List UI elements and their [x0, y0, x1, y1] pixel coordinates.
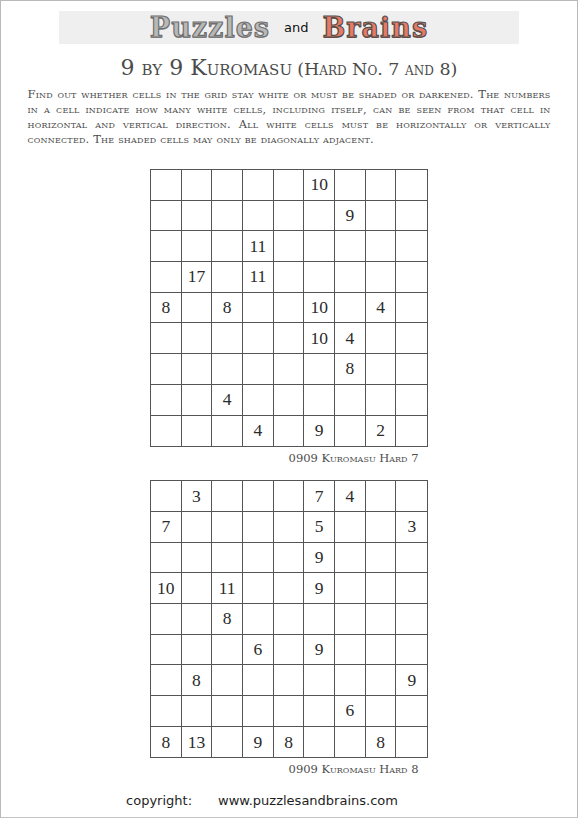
p1-cell-r6c3[interactable]	[212, 323, 243, 354]
p2-cell-r8c3[interactable]	[212, 696, 243, 727]
p1-cell-r5c3[interactable]: 8	[212, 293, 243, 324]
p1-cell-r1c2[interactable]	[182, 170, 213, 201]
p1-cell-r8c3[interactable]: 4	[212, 385, 243, 416]
p1-cell-r3c6[interactable]	[304, 231, 335, 262]
p2-cell-r3c7[interactable]	[335, 543, 366, 574]
page-title-main: 9 by 9 Kuromasu	[121, 55, 292, 80]
p2-cell-r1c2[interactable]: 3	[182, 481, 213, 512]
p1-cell-r4c8[interactable]	[366, 262, 397, 293]
p1-cell-r7c3[interactable]	[212, 354, 243, 385]
worksheet-page: Puzzles and Brains 9 by 9 Kuromasu (Hard…	[0, 0, 578, 818]
instructions-text: Find out whether cells in the grid stay …	[28, 87, 551, 147]
p1-cell-r2c1[interactable]	[151, 201, 182, 232]
p2-cell-r4c3[interactable]: 11	[212, 573, 243, 604]
p1-cell-r7c9[interactable]	[396, 354, 427, 385]
p1-cell-r9c3[interactable]	[212, 416, 243, 447]
puzzle-hard-7: 1091117118810410484492 0909 Kuromasu Har…	[1, 169, 577, 465]
p2-cell-r4c5[interactable]	[274, 573, 305, 604]
p2-cell-r3c2[interactable]	[182, 543, 213, 574]
p2-cell-r8c1[interactable]	[151, 696, 182, 727]
p1-cell-r6c7[interactable]: 4	[335, 323, 366, 354]
p1-cell-r4c2[interactable]: 17	[182, 262, 213, 293]
p2-cell-r1c3[interactable]	[212, 481, 243, 512]
p2-cell-r6c8[interactable]	[366, 635, 397, 666]
p1-cell-r8c5[interactable]	[274, 385, 305, 416]
copyright-label: copyright:	[126, 793, 192, 808]
p2-cell-r4c8[interactable]	[366, 573, 397, 604]
p2-cell-r4c4[interactable]	[243, 573, 274, 604]
p2-cell-r9c7[interactable]	[335, 727, 366, 758]
p1-cell-r7c7[interactable]: 8	[335, 354, 366, 385]
p2-cell-r7c8[interactable]	[366, 665, 397, 696]
p1-cell-r7c2[interactable]	[182, 354, 213, 385]
p1-cell-r2c6[interactable]	[304, 201, 335, 232]
p1-cell-r1c3[interactable]	[212, 170, 243, 201]
p2-cell-r4c2[interactable]	[182, 573, 213, 604]
p2-cell-r3c8[interactable]	[366, 543, 397, 574]
p2-cell-r2c1[interactable]: 7	[151, 512, 182, 543]
p2-cell-r6c7[interactable]	[335, 635, 366, 666]
p1-cell-r3c1[interactable]	[151, 231, 182, 262]
p2-cell-r2c4[interactable]	[243, 512, 274, 543]
p1-cell-r9c5[interactable]	[274, 416, 305, 447]
p1-cell-r2c4[interactable]	[243, 201, 274, 232]
p2-cell-r1c9[interactable]	[396, 481, 427, 512]
p2-cell-r5c9[interactable]	[396, 604, 427, 635]
p2-cell-r4c9[interactable]	[396, 573, 427, 604]
puzzle-hard-8: 374753910119869896813988 0909 Kuromasu H…	[1, 480, 577, 776]
p2-cell-r8c7[interactable]: 6	[335, 696, 366, 727]
p1-cell-r9c2[interactable]	[182, 416, 213, 447]
p1-cell-r6c1[interactable]	[151, 323, 182, 354]
p2-cell-r3c9[interactable]	[396, 543, 427, 574]
p1-cell-r8c9[interactable]	[396, 385, 427, 416]
p1-cell-r3c5[interactable]	[274, 231, 305, 262]
p2-cell-r2c9[interactable]: 3	[396, 512, 427, 543]
p1-cell-r1c9[interactable]	[396, 170, 427, 201]
logo-brains: Brains	[323, 14, 429, 41]
p1-cell-r4c3[interactable]	[212, 262, 243, 293]
p2-cell-r1c6[interactable]: 7	[304, 481, 335, 512]
p1-cell-r5c6[interactable]: 10	[304, 293, 335, 324]
p2-cell-r5c6[interactable]	[304, 604, 335, 635]
p1-cell-r3c3[interactable]	[212, 231, 243, 262]
grid-caption-hard-8: 0909 Kuromasu Hard 8	[142, 762, 437, 776]
p2-cell-r1c5[interactable]	[274, 481, 305, 512]
p2-cell-r6c3[interactable]	[212, 635, 243, 666]
p1-cell-r1c1[interactable]	[151, 170, 182, 201]
p2-cell-r4c6[interactable]: 9	[304, 573, 335, 604]
p2-cell-r5c2[interactable]	[182, 604, 213, 635]
p2-cell-r2c8[interactable]	[366, 512, 397, 543]
p2-cell-r5c5[interactable]	[274, 604, 305, 635]
p1-cell-r9c4[interactable]: 4	[243, 416, 274, 447]
p1-cell-r9c7[interactable]	[335, 416, 366, 447]
p1-cell-r8c2[interactable]	[182, 385, 213, 416]
p1-cell-r6c6[interactable]: 10	[304, 323, 335, 354]
p1-cell-r1c7[interactable]	[335, 170, 366, 201]
p2-cell-r5c8[interactable]	[366, 604, 397, 635]
p1-cell-r3c9[interactable]	[396, 231, 427, 262]
p2-cell-r3c4[interactable]	[243, 543, 274, 574]
p1-cell-r3c4[interactable]: 11	[243, 231, 274, 262]
p2-cell-r6c1[interactable]	[151, 635, 182, 666]
p2-cell-r2c6[interactable]: 5	[304, 512, 335, 543]
grid-caption-hard-7: 0909 Kuromasu Hard 7	[142, 451, 437, 465]
p2-cell-r8c4[interactable]	[243, 696, 274, 727]
logo-puzzles: Puzzles	[150, 14, 270, 41]
p2-cell-r6c9[interactable]	[396, 635, 427, 666]
p1-cell-r7c6[interactable]	[304, 354, 335, 385]
p2-cell-r9c6[interactable]	[304, 727, 335, 758]
p1-cell-r4c4[interactable]: 11	[243, 262, 274, 293]
p1-cell-r5c1[interactable]: 8	[151, 293, 182, 324]
p1-cell-r3c2[interactable]	[182, 231, 213, 262]
p2-cell-r4c7[interactable]	[335, 573, 366, 604]
p1-cell-r6c5[interactable]	[274, 323, 305, 354]
p1-cell-r1c5[interactable]	[274, 170, 305, 201]
p2-cell-r6c5[interactable]	[274, 635, 305, 666]
p2-cell-r5c7[interactable]	[335, 604, 366, 635]
p2-cell-r7c7[interactable]	[335, 665, 366, 696]
p1-cell-r3c8[interactable]	[366, 231, 397, 262]
p2-cell-r7c1[interactable]	[151, 665, 182, 696]
p2-cell-r3c3[interactable]	[212, 543, 243, 574]
p2-cell-r1c7[interactable]: 4	[335, 481, 366, 512]
p2-cell-r7c5[interactable]	[274, 665, 305, 696]
p2-cell-r8c5[interactable]	[274, 696, 305, 727]
p2-cell-r2c5[interactable]	[274, 512, 305, 543]
p2-cell-r9c8[interactable]: 8	[366, 727, 397, 758]
p2-cell-r3c5[interactable]	[274, 543, 305, 574]
p1-cell-r5c2[interactable]	[182, 293, 213, 324]
p1-cell-r5c8[interactable]: 4	[366, 293, 397, 324]
p2-cell-r8c9[interactable]	[396, 696, 427, 727]
p2-cell-r5c1[interactable]	[151, 604, 182, 635]
p1-cell-r6c9[interactable]	[396, 323, 427, 354]
p1-cell-r1c8[interactable]	[366, 170, 397, 201]
p2-cell-r1c1[interactable]	[151, 481, 182, 512]
p1-cell-r5c9[interactable]	[396, 293, 427, 324]
p1-cell-r8c8[interactable]	[366, 385, 397, 416]
p2-cell-r1c4[interactable]	[243, 481, 274, 512]
p1-cell-r9c8[interactable]: 2	[366, 416, 397, 447]
p2-cell-r7c3[interactable]	[212, 665, 243, 696]
p1-cell-r5c7[interactable]	[335, 293, 366, 324]
p1-cell-r4c1[interactable]	[151, 262, 182, 293]
p1-cell-r4c5[interactable]	[274, 262, 305, 293]
p1-cell-r4c6[interactable]	[304, 262, 335, 293]
p2-cell-r4c1[interactable]: 10	[151, 573, 182, 604]
p1-cell-r8c4[interactable]	[243, 385, 274, 416]
p1-cell-r2c8[interactable]	[366, 201, 397, 232]
p2-cell-r7c2[interactable]: 8	[182, 665, 213, 696]
p1-cell-r7c5[interactable]	[274, 354, 305, 385]
p1-cell-r7c1[interactable]	[151, 354, 182, 385]
p2-cell-r8c8[interactable]	[366, 696, 397, 727]
p2-cell-r3c6[interactable]: 9	[304, 543, 335, 574]
p2-cell-r5c3[interactable]: 8	[212, 604, 243, 635]
p2-cell-r6c4[interactable]: 6	[243, 635, 274, 666]
logo-and: and	[284, 20, 308, 35]
p1-cell-r8c7[interactable]	[335, 385, 366, 416]
p2-cell-r3c1[interactable]	[151, 543, 182, 574]
site-url-link[interactable]: www.puzzlesandbrains.com	[218, 793, 398, 808]
p2-cell-r6c2[interactable]	[182, 635, 213, 666]
p1-cell-r8c6[interactable]	[304, 385, 335, 416]
p1-cell-r6c8[interactable]	[366, 323, 397, 354]
p2-cell-r7c4[interactable]	[243, 665, 274, 696]
p1-cell-r4c7[interactable]	[335, 262, 366, 293]
p2-cell-r2c2[interactable]	[182, 512, 213, 543]
p2-cell-r9c9[interactable]	[396, 727, 427, 758]
p1-cell-r3c7[interactable]	[335, 231, 366, 262]
p2-cell-r2c3[interactable]	[212, 512, 243, 543]
p1-cell-r2c2[interactable]	[182, 201, 213, 232]
p1-cell-r9c6[interactable]: 9	[304, 416, 335, 447]
page-title-sub: (Hard No. 7 and 8)	[297, 59, 457, 79]
p1-cell-r5c4[interactable]	[243, 293, 274, 324]
p1-cell-r2c5[interactable]	[274, 201, 305, 232]
p2-cell-r2c7[interactable]	[335, 512, 366, 543]
kuromasu-grid-hard-8: 374753910119869896813988	[150, 480, 428, 758]
p1-cell-r5c5[interactable]	[274, 293, 305, 324]
p2-cell-r9c5[interactable]: 8	[274, 727, 305, 758]
p2-cell-r7c9[interactable]: 9	[396, 665, 427, 696]
p2-cell-r1c8[interactable]	[366, 481, 397, 512]
footer: copyright:www.puzzlesandbrains.com	[1, 793, 577, 808]
p1-cell-r2c3[interactable]	[212, 201, 243, 232]
p2-cell-r9c4[interactable]: 9	[243, 727, 274, 758]
p1-cell-r7c4[interactable]	[243, 354, 274, 385]
p1-cell-r6c4[interactable]	[243, 323, 274, 354]
logo-band: Puzzles and Brains	[59, 11, 519, 44]
p1-cell-r4c9[interactable]	[396, 262, 427, 293]
p1-cell-r8c1[interactable]	[151, 385, 182, 416]
p1-cell-r7c8[interactable]	[366, 354, 397, 385]
p2-cell-r8c6[interactable]	[304, 696, 335, 727]
p1-cell-r1c6[interactable]: 10	[304, 170, 335, 201]
p2-cell-r9c1[interactable]: 8	[151, 727, 182, 758]
p1-cell-r9c1[interactable]	[151, 416, 182, 447]
p2-cell-r7c6[interactable]	[304, 665, 335, 696]
kuromasu-grid-hard-7: 1091117118810410484492	[150, 169, 428, 447]
p1-cell-r2c9[interactable]	[396, 201, 427, 232]
p2-cell-r6c6[interactable]: 9	[304, 635, 335, 666]
page-title: 9 by 9 Kuromasu (Hard No. 7 and 8)	[1, 55, 577, 80]
p1-cell-r6c2[interactable]	[182, 323, 213, 354]
p1-cell-r1c4[interactable]	[243, 170, 274, 201]
p2-cell-r8c2[interactable]	[182, 696, 213, 727]
p1-cell-r2c7[interactable]: 9	[335, 201, 366, 232]
p1-cell-r9c9[interactable]	[396, 416, 427, 447]
p2-cell-r9c3[interactable]	[212, 727, 243, 758]
p2-cell-r5c4[interactable]	[243, 604, 274, 635]
p2-cell-r9c2[interactable]: 13	[182, 727, 213, 758]
